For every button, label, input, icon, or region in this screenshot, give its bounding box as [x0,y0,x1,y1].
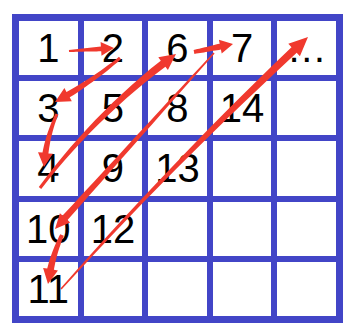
cell-r2c5 [277,81,336,135]
cell-r5c2 [84,262,143,316]
cell-r2c2: 5 [84,81,143,135]
cell-r1c5-ellipsis: … [277,21,336,75]
cell-r5c1: 11 [19,262,78,316]
cell-r3c3: 13 [148,141,207,195]
cell-r3c2: 9 [84,141,143,195]
cell-r2c1: 3 [19,81,78,135]
cell-r1c3: 6 [148,21,207,75]
cell-r5c3 [148,262,207,316]
cell-r1c2: 2 [84,21,143,75]
cell-r1c4: 7 [213,21,272,75]
cell-r2c3: 8 [148,81,207,135]
cell-r3c4 [213,141,272,195]
cell-r4c2: 12 [84,202,143,256]
cell-r3c1: 4 [19,141,78,195]
cell-r4c3 [148,202,207,256]
cell-r4c1: 10 [19,202,78,256]
cell-r4c5 [277,202,336,256]
cell-r4c4 [213,202,272,256]
cell-r5c5 [277,262,336,316]
cell-r2c4: 14 [213,81,272,135]
cell-r5c4 [213,262,272,316]
grid-board: 1 2 6 7 … 3 5 8 14 4 9 13 10 12 11 [12,14,343,323]
cell-r1c1: 1 [19,21,78,75]
cell-r3c5 [277,141,336,195]
